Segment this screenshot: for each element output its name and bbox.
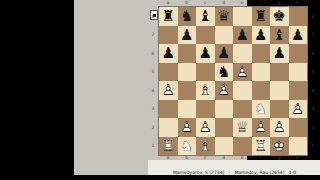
players-line: Mamedyarov, S (2734) - Mamedov, Rau (265… <box>148 170 320 175</box>
square-g7: ♝ <box>270 26 289 45</box>
file-label-b: b <box>178 0 197 6</box>
white-bishop-fill: ♝ <box>196 137 215 156</box>
square-b6 <box>178 44 197 63</box>
white-rook-fill: ♜ <box>159 137 178 156</box>
square-h8 <box>289 7 308 26</box>
square-e5: ♟♙ <box>233 63 252 82</box>
file-label-a: a <box>159 0 178 6</box>
square-d7 <box>215 26 234 45</box>
square-h3: ♟♙ <box>289 100 308 119</box>
square-e7: ♟ <box>233 26 252 45</box>
square-c8: ♝ <box>196 7 215 26</box>
square-g5 <box>270 63 289 82</box>
black-king: ♚ <box>270 7 289 26</box>
square-e3 <box>233 100 252 119</box>
square-a3 <box>159 100 178 119</box>
white-pawn: ♙ <box>159 81 178 100</box>
rank-label-3: 3 <box>148 100 158 119</box>
white-pawn-fill: ♟ <box>178 118 197 137</box>
black-knight: ♞ <box>215 63 234 82</box>
white-pawn: ♙ <box>196 118 215 137</box>
square-b2: ♟♙ <box>178 118 197 137</box>
diagram-panel: abcdefgh 87654321 ♜♞♝♛♜♚♟♟♟♝♟♟♟♟♟♞♟♙♟♙♝♗… <box>74 0 247 175</box>
white-king: ♔ <box>270 137 289 156</box>
rank-label-4: 4 <box>148 81 158 100</box>
square-c5 <box>196 63 215 82</box>
file-label-f: f <box>252 0 271 6</box>
square-h6 <box>289 44 308 63</box>
black-pawn: ♟ <box>215 44 234 63</box>
file-label-g: g <box>270 0 289 6</box>
square-c6: ♟ <box>196 44 215 63</box>
white-knight-fill: ♞ <box>252 100 271 119</box>
square-f5 <box>252 63 271 82</box>
black-bishop: ♝ <box>196 7 215 26</box>
white-pawn-fill: ♟ <box>233 63 252 82</box>
square-e1 <box>233 137 252 156</box>
white-bishop: ♗ <box>196 81 215 100</box>
rank-label-1: 1 <box>148 137 158 156</box>
black-pawn: ♟ <box>270 44 289 63</box>
square-c7 <box>196 26 215 45</box>
game-info-footer: Mamedyarov, S (2734) - Mamedov, Rau (265… <box>148 160 320 175</box>
square-d1 <box>215 137 234 156</box>
white-pawn: ♙ <box>289 100 308 119</box>
square-a8: ♜ <box>159 7 178 26</box>
square-b7: ♟ <box>178 26 197 45</box>
white-pawn: ♙ <box>178 118 197 137</box>
square-f2: ♟♙ <box>252 118 271 137</box>
white-rook-fill: ♜ <box>252 137 271 156</box>
square-a7 <box>159 26 178 45</box>
square-h7: ♟ <box>289 26 308 45</box>
square-e4 <box>233 81 252 100</box>
file-label-c: c <box>196 0 215 6</box>
white-pawn-fill: ♟ <box>252 118 271 137</box>
rank-label-2: 2 <box>308 118 318 137</box>
rank-label-8: 8 <box>308 7 318 26</box>
square-h1 <box>289 137 308 156</box>
square-d8: ♛ <box>215 7 234 26</box>
square-f3: ♞♘ <box>252 100 271 119</box>
white-queen-fill: ♛ <box>233 118 252 137</box>
black-pawn: ♟ <box>289 26 308 45</box>
square-g1: ♚♔ <box>270 137 289 156</box>
square-d6: ♟ <box>215 44 234 63</box>
chess-board: ♜♞♝♛♜♚♟♟♟♝♟♟♟♟♟♞♟♙♟♙♝♗♟♙♞♘♟♙♟♙♟♙♛♕♟♙♟♙♜♖… <box>159 7 307 155</box>
square-g3 <box>270 100 289 119</box>
square-a1: ♜♖ <box>159 137 178 156</box>
rank-label-4: 4 <box>308 81 318 100</box>
square-f6 <box>252 44 271 63</box>
file-label-e: e <box>233 0 252 6</box>
square-c2: ♟♙ <box>196 118 215 137</box>
black-pawn: ♟ <box>252 26 271 45</box>
white-pawn-fill: ♟ <box>159 81 178 100</box>
white-knight: ♘ <box>178 137 197 156</box>
video-frame: { "game": "chess", "position": { "fen": … <box>0 0 320 180</box>
white-pawn-fill: ♟ <box>215 81 234 100</box>
file-label-d: d <box>215 0 234 6</box>
square-c4: ♝♗ <box>196 81 215 100</box>
square-b8: ♞ <box>178 7 197 26</box>
square-b1: ♞♘ <box>178 137 197 156</box>
black-knight: ♞ <box>178 7 197 26</box>
black-bishop: ♝ <box>270 26 289 45</box>
white-rook: ♖ <box>159 137 178 156</box>
white-pawn: ♙ <box>252 118 271 137</box>
square-d3 <box>215 100 234 119</box>
square-g4 <box>270 81 289 100</box>
black-pawn: ♟ <box>233 26 252 45</box>
square-c1: ♝♗ <box>196 137 215 156</box>
square-b5 <box>178 63 197 82</box>
rank-label-6: 6 <box>308 44 318 63</box>
rank-label-7: 7 <box>148 26 158 45</box>
square-f7: ♟ <box>252 26 271 45</box>
square-d5: ♞ <box>215 63 234 82</box>
black-pawn: ♟ <box>178 26 197 45</box>
square-a6: ♟ <box>159 44 178 63</box>
white-pawn-fill: ♟ <box>270 118 289 137</box>
square-b4 <box>178 81 197 100</box>
rank-label-2: 2 <box>148 118 158 137</box>
white-rook: ♖ <box>252 137 271 156</box>
square-f4 <box>252 81 271 100</box>
black-rook: ♜ <box>252 7 271 26</box>
white-bishop: ♗ <box>196 137 215 156</box>
white-queen: ♕ <box>233 118 252 137</box>
square-b3 <box>178 100 197 119</box>
square-a4: ♟♙ <box>159 81 178 100</box>
white-knight: ♘ <box>252 100 271 119</box>
black-pawn: ♟ <box>196 44 215 63</box>
white-pawn-fill: ♟ <box>196 118 215 137</box>
square-f1: ♜♖ <box>252 137 271 156</box>
file-label-h: h <box>289 0 308 6</box>
file-labels-top: abcdefgh <box>159 0 307 6</box>
square-h2 <box>289 118 308 137</box>
white-bishop-fill: ♝ <box>196 81 215 100</box>
rank-label-3: 3 <box>308 100 318 119</box>
white-pawn: ♙ <box>233 63 252 82</box>
square-h4 <box>289 81 308 100</box>
square-d2 <box>215 118 234 137</box>
square-d4: ♟♙ <box>215 81 234 100</box>
square-c3 <box>196 100 215 119</box>
rank-label-7: 7 <box>308 26 318 45</box>
square-g2: ♟♙ <box>270 118 289 137</box>
white-pawn-fill: ♟ <box>289 100 308 119</box>
black-queen: ♛ <box>215 7 234 26</box>
rank-label-5: 5 <box>148 63 158 82</box>
square-a2 <box>159 118 178 137</box>
rank-label-8: 8 <box>148 7 158 26</box>
white-pawn: ♙ <box>215 81 234 100</box>
square-f8: ♜ <box>252 7 271 26</box>
black-pawn: ♟ <box>159 44 178 63</box>
rank-label-6: 6 <box>148 44 158 63</box>
white-king-fill: ♚ <box>270 137 289 156</box>
square-e6 <box>233 44 252 63</box>
square-h5 <box>289 63 308 82</box>
square-e2: ♛♕ <box>233 118 252 137</box>
rank-label-5: 5 <box>308 63 318 82</box>
square-g8: ♚ <box>270 7 289 26</box>
square-e8 <box>233 7 252 26</box>
rank-labels-left: 87654321 <box>148 7 158 155</box>
white-pawn: ♙ <box>270 118 289 137</box>
rank-labels-right: 87654321 <box>308 7 318 155</box>
square-a5 <box>159 63 178 82</box>
white-knight-fill: ♞ <box>178 137 197 156</box>
rank-label-1: 1 <box>308 137 318 156</box>
square-g6: ♟ <box>270 44 289 63</box>
black-rook: ♜ <box>159 7 178 26</box>
